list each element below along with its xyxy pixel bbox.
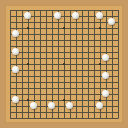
intersection[interactable] xyxy=(115,115,121,121)
hoshi-star-point xyxy=(27,63,29,65)
hoshi-star-point xyxy=(27,27,29,29)
hoshi-star-point xyxy=(27,99,29,101)
hoshi-star-point xyxy=(63,63,65,65)
hoshi-star-point xyxy=(99,99,101,101)
go-board[interactable] xyxy=(5,5,123,123)
hoshi-star-point xyxy=(99,27,101,29)
hoshi-star-point xyxy=(99,63,101,65)
hoshi-star-point xyxy=(63,27,65,29)
hoshi-star-point xyxy=(63,99,65,101)
